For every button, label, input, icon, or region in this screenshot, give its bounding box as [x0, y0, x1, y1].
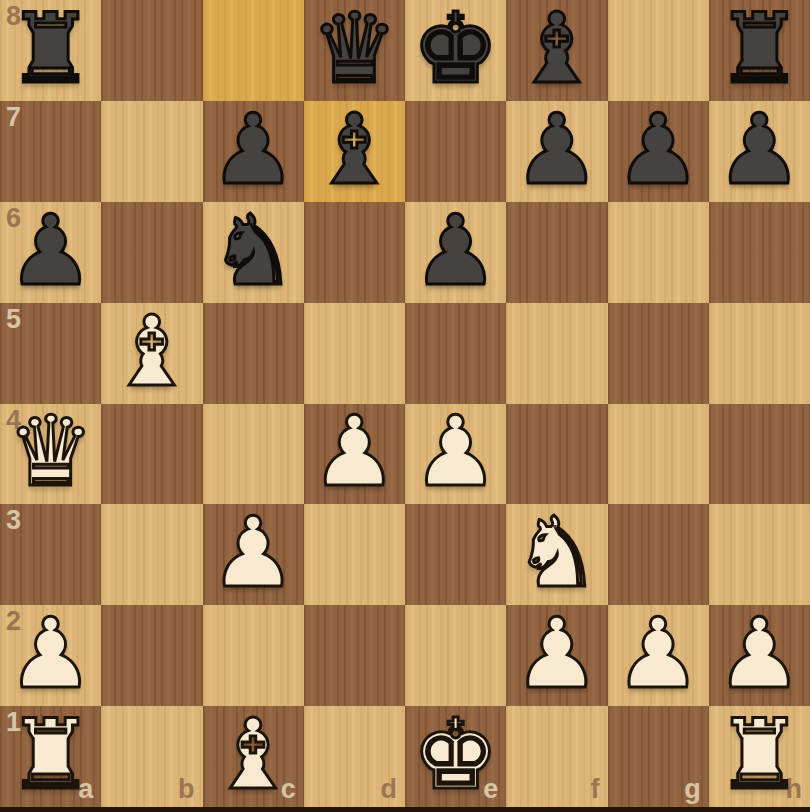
piece-black-pawn[interactable]: ♟	[0, 202, 101, 303]
piece-black-pawn[interactable]: ♟	[506, 101, 607, 202]
square-b2[interactable]	[101, 605, 202, 706]
piece-black-rook[interactable]: ♜	[709, 0, 810, 101]
square-e3[interactable]	[405, 504, 506, 605]
square-b8[interactable]	[101, 0, 202, 101]
board-bottom-edge	[0, 807, 810, 812]
square-f1[interactable]: f	[506, 706, 607, 807]
square-a4[interactable]: 4♛	[0, 404, 101, 505]
piece-black-knight[interactable]: ♞	[203, 202, 304, 303]
piece-black-bishop[interactable]: ♝	[304, 101, 405, 202]
square-a8[interactable]: 8♜	[0, 0, 101, 101]
square-d3[interactable]	[304, 504, 405, 605]
piece-white-bishop[interactable]: ♝	[203, 706, 304, 807]
square-g3[interactable]	[608, 504, 709, 605]
square-a3[interactable]: 3	[0, 504, 101, 605]
piece-white-pawn[interactable]: ♟	[608, 605, 709, 706]
piece-black-queen[interactable]: ♛	[304, 0, 405, 101]
square-e1[interactable]: e♚	[405, 706, 506, 807]
square-a1[interactable]: 1a♜	[0, 706, 101, 807]
square-e8[interactable]: ♚	[405, 0, 506, 101]
square-f5[interactable]	[506, 303, 607, 404]
square-e5[interactable]	[405, 303, 506, 404]
square-f3[interactable]: ♞	[506, 504, 607, 605]
piece-white-pawn[interactable]: ♟	[203, 504, 304, 605]
square-c6[interactable]: ♞	[203, 202, 304, 303]
square-f2[interactable]: ♟	[506, 605, 607, 706]
square-c7[interactable]: ♟	[203, 101, 304, 202]
square-c5[interactable]	[203, 303, 304, 404]
piece-black-pawn[interactable]: ♟	[608, 101, 709, 202]
square-h2[interactable]: ♟	[709, 605, 810, 706]
square-g7[interactable]: ♟	[608, 101, 709, 202]
square-d5[interactable]	[304, 303, 405, 404]
square-e7[interactable]	[405, 101, 506, 202]
piece-black-king[interactable]: ♚	[405, 0, 506, 101]
square-d2[interactable]	[304, 605, 405, 706]
piece-white-king[interactable]: ♚	[405, 706, 506, 807]
piece-black-pawn[interactable]: ♟	[203, 101, 304, 202]
square-d4[interactable]: ♟	[304, 404, 405, 505]
rank-label-5: 5	[6, 306, 21, 333]
square-c2[interactable]	[203, 605, 304, 706]
file-label-g: g	[684, 776, 701, 803]
piece-black-pawn[interactable]: ♟	[709, 101, 810, 202]
file-label-f: f	[591, 776, 600, 803]
chess-board: 8♜♛♚♝♜7♟♝♟♟♟6♟♞♟5♝4♛♟♟3♟♞2♟♟♟♟1a♜bc♝de♚f…	[0, 0, 810, 807]
piece-white-pawn[interactable]: ♟	[709, 605, 810, 706]
square-h6[interactable]	[709, 202, 810, 303]
square-f8[interactable]: ♝	[506, 0, 607, 101]
square-g6[interactable]	[608, 202, 709, 303]
square-f7[interactable]: ♟	[506, 101, 607, 202]
chess-app-window: 8♜♛♚♝♜7♟♝♟♟♟6♟♞♟5♝4♛♟♟3♟♞2♟♟♟♟1a♜bc♝de♚f…	[0, 0, 810, 812]
square-c4[interactable]	[203, 404, 304, 505]
square-d6[interactable]	[304, 202, 405, 303]
square-g5[interactable]	[608, 303, 709, 404]
square-d7[interactable]: ♝	[304, 101, 405, 202]
piece-white-rook[interactable]: ♜	[0, 706, 101, 807]
square-g1[interactable]: g	[608, 706, 709, 807]
piece-white-knight[interactable]: ♞	[506, 504, 607, 605]
square-h7[interactable]: ♟	[709, 101, 810, 202]
square-d8[interactable]: ♛	[304, 0, 405, 101]
square-b1[interactable]: b	[101, 706, 202, 807]
square-a7[interactable]: 7	[0, 101, 101, 202]
piece-white-bishop[interactable]: ♝	[101, 303, 202, 404]
square-b6[interactable]	[101, 202, 202, 303]
rank-label-3: 3	[6, 507, 21, 534]
square-f4[interactable]	[506, 404, 607, 505]
square-h5[interactable]	[709, 303, 810, 404]
square-b4[interactable]	[101, 404, 202, 505]
square-a5[interactable]: 5	[0, 303, 101, 404]
square-a2[interactable]: 2♟	[0, 605, 101, 706]
piece-white-queen[interactable]: ♛	[0, 404, 101, 505]
square-e6[interactable]: ♟	[405, 202, 506, 303]
square-g2[interactable]: ♟	[608, 605, 709, 706]
piece-white-pawn[interactable]: ♟	[506, 605, 607, 706]
square-c1[interactable]: c♝	[203, 706, 304, 807]
square-h8[interactable]: ♜	[709, 0, 810, 101]
square-h3[interactable]	[709, 504, 810, 605]
piece-black-bishop[interactable]: ♝	[506, 0, 607, 101]
file-label-b: b	[178, 776, 195, 803]
piece-black-pawn[interactable]: ♟	[405, 202, 506, 303]
file-label-d: d	[381, 776, 398, 803]
square-e4[interactable]: ♟	[405, 404, 506, 505]
square-g4[interactable]	[608, 404, 709, 505]
square-b3[interactable]	[101, 504, 202, 605]
square-a6[interactable]: 6♟	[0, 202, 101, 303]
square-e2[interactable]	[405, 605, 506, 706]
square-c3[interactable]: ♟	[203, 504, 304, 605]
piece-white-pawn[interactable]: ♟	[0, 605, 101, 706]
square-c8[interactable]	[203, 0, 304, 101]
square-b7[interactable]	[101, 101, 202, 202]
piece-white-rook[interactable]: ♜	[709, 706, 810, 807]
square-h4[interactable]	[709, 404, 810, 505]
square-g8[interactable]	[608, 0, 709, 101]
square-f6[interactable]	[506, 202, 607, 303]
rank-label-7: 7	[6, 104, 21, 131]
piece-black-rook[interactable]: ♜	[0, 0, 101, 101]
piece-white-pawn[interactable]: ♟	[304, 404, 405, 505]
square-b5[interactable]: ♝	[101, 303, 202, 404]
square-h1[interactable]: h♜	[709, 706, 810, 807]
square-d1[interactable]: d	[304, 706, 405, 807]
piece-white-pawn[interactable]: ♟	[405, 404, 506, 505]
